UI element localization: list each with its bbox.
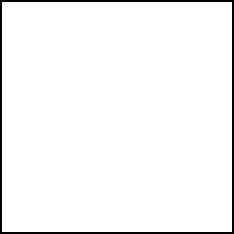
chess-board <box>0 0 234 234</box>
chess-diagram <box>0 0 234 234</box>
